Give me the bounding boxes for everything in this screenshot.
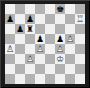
square-g4[interactable] bbox=[65, 44, 75, 54]
square-b6[interactable]: ♟ bbox=[15, 24, 25, 34]
piece-fill-white-pawn: ♟ bbox=[55, 44, 65, 54]
square-a8[interactable] bbox=[5, 4, 15, 14]
square-a6[interactable] bbox=[5, 24, 15, 34]
piece-fill-white-king: ♚ bbox=[55, 54, 65, 64]
square-d4[interactable]: ♟♙ bbox=[35, 44, 45, 54]
square-b5[interactable] bbox=[15, 34, 25, 44]
square-e6[interactable] bbox=[45, 24, 55, 34]
square-a4[interactable]: ♟♙ bbox=[5, 44, 15, 54]
piece-white-pawn: ♙ bbox=[35, 44, 45, 54]
square-h2[interactable] bbox=[75, 64, 85, 74]
square-c2[interactable] bbox=[25, 64, 35, 74]
square-b1[interactable] bbox=[15, 74, 25, 84]
square-e3[interactable] bbox=[45, 54, 55, 64]
square-h8[interactable] bbox=[75, 4, 85, 14]
piece-white-pawn: ♙ bbox=[55, 44, 65, 54]
square-d7[interactable] bbox=[35, 14, 45, 24]
chess-board: ♚♟♟♜♖♟♜♟♟♟♙♟♙♟♙♟♙♟♙♚♔ bbox=[5, 4, 85, 84]
square-c4[interactable] bbox=[25, 44, 35, 54]
piece-black-rook: ♜ bbox=[25, 24, 35, 34]
piece-fill-white-pawn: ♟ bbox=[25, 54, 35, 64]
piece-black-pawn: ♟ bbox=[15, 24, 25, 34]
square-g8[interactable] bbox=[65, 4, 75, 14]
square-g1[interactable] bbox=[65, 74, 75, 84]
square-d3[interactable] bbox=[35, 54, 45, 64]
square-h4[interactable] bbox=[75, 44, 85, 54]
square-c5[interactable] bbox=[25, 34, 35, 44]
square-g3[interactable] bbox=[65, 54, 75, 64]
square-e2[interactable] bbox=[45, 64, 55, 74]
square-f4[interactable]: ♟♙ bbox=[55, 44, 65, 54]
square-g7[interactable] bbox=[65, 14, 75, 24]
square-b3[interactable] bbox=[15, 54, 25, 64]
square-f2[interactable] bbox=[55, 64, 65, 74]
square-c3[interactable]: ♟♙ bbox=[25, 54, 35, 64]
square-d6[interactable] bbox=[35, 24, 45, 34]
square-c6[interactable]: ♜ bbox=[25, 24, 35, 34]
piece-white-pawn: ♙ bbox=[5, 44, 15, 54]
square-d2[interactable] bbox=[35, 64, 45, 74]
square-a1[interactable] bbox=[5, 74, 15, 84]
square-h6[interactable] bbox=[75, 24, 85, 34]
square-g2[interactable] bbox=[65, 64, 75, 74]
square-d5[interactable]: ♟ bbox=[35, 34, 45, 44]
piece-black-pawn: ♟ bbox=[35, 34, 45, 44]
square-h3[interactable] bbox=[75, 54, 85, 64]
square-e4[interactable] bbox=[45, 44, 55, 54]
square-a2[interactable] bbox=[5, 64, 15, 74]
square-f3[interactable]: ♚♔ bbox=[55, 54, 65, 64]
piece-black-pawn: ♟ bbox=[5, 14, 15, 24]
square-b4[interactable] bbox=[15, 44, 25, 54]
square-h5[interactable] bbox=[75, 34, 85, 44]
square-c1[interactable] bbox=[25, 74, 35, 84]
piece-fill-white-pawn: ♟ bbox=[5, 44, 15, 54]
square-e1[interactable] bbox=[45, 74, 55, 84]
square-e7[interactable] bbox=[45, 14, 55, 24]
square-f5[interactable]: ♟ bbox=[55, 34, 65, 44]
square-b2[interactable] bbox=[15, 64, 25, 74]
piece-black-pawn: ♟ bbox=[25, 14, 35, 24]
piece-black-king: ♚ bbox=[55, 4, 65, 14]
square-g6[interactable] bbox=[65, 24, 75, 34]
square-f1[interactable] bbox=[55, 74, 65, 84]
square-b8[interactable] bbox=[15, 4, 25, 14]
square-d8[interactable] bbox=[35, 4, 45, 14]
piece-white-pawn: ♙ bbox=[25, 54, 35, 64]
piece-white-pawn: ♙ bbox=[65, 34, 75, 44]
piece-white-king: ♔ bbox=[55, 54, 65, 64]
square-b7[interactable] bbox=[15, 14, 25, 24]
square-a7[interactable]: ♟ bbox=[5, 14, 15, 24]
piece-fill-white-rook: ♜ bbox=[75, 14, 85, 24]
square-h1[interactable] bbox=[75, 74, 85, 84]
square-e8[interactable] bbox=[45, 4, 55, 14]
square-h7[interactable]: ♜♖ bbox=[75, 14, 85, 24]
square-a3[interactable] bbox=[5, 54, 15, 64]
square-f7[interactable] bbox=[55, 14, 65, 24]
square-a5[interactable] bbox=[5, 34, 15, 44]
piece-white-rook: ♖ bbox=[75, 14, 85, 24]
square-g5[interactable]: ♟♙ bbox=[65, 34, 75, 44]
square-e5[interactable] bbox=[45, 34, 55, 44]
square-d1[interactable] bbox=[35, 74, 45, 84]
piece-fill-white-pawn: ♟ bbox=[65, 34, 75, 44]
square-f8[interactable]: ♚ bbox=[55, 4, 65, 14]
piece-black-pawn: ♟ bbox=[55, 34, 65, 44]
piece-fill-white-pawn: ♟ bbox=[35, 44, 45, 54]
square-f6[interactable] bbox=[55, 24, 65, 34]
square-c7[interactable]: ♟ bbox=[25, 14, 35, 24]
square-c8[interactable] bbox=[25, 4, 35, 14]
